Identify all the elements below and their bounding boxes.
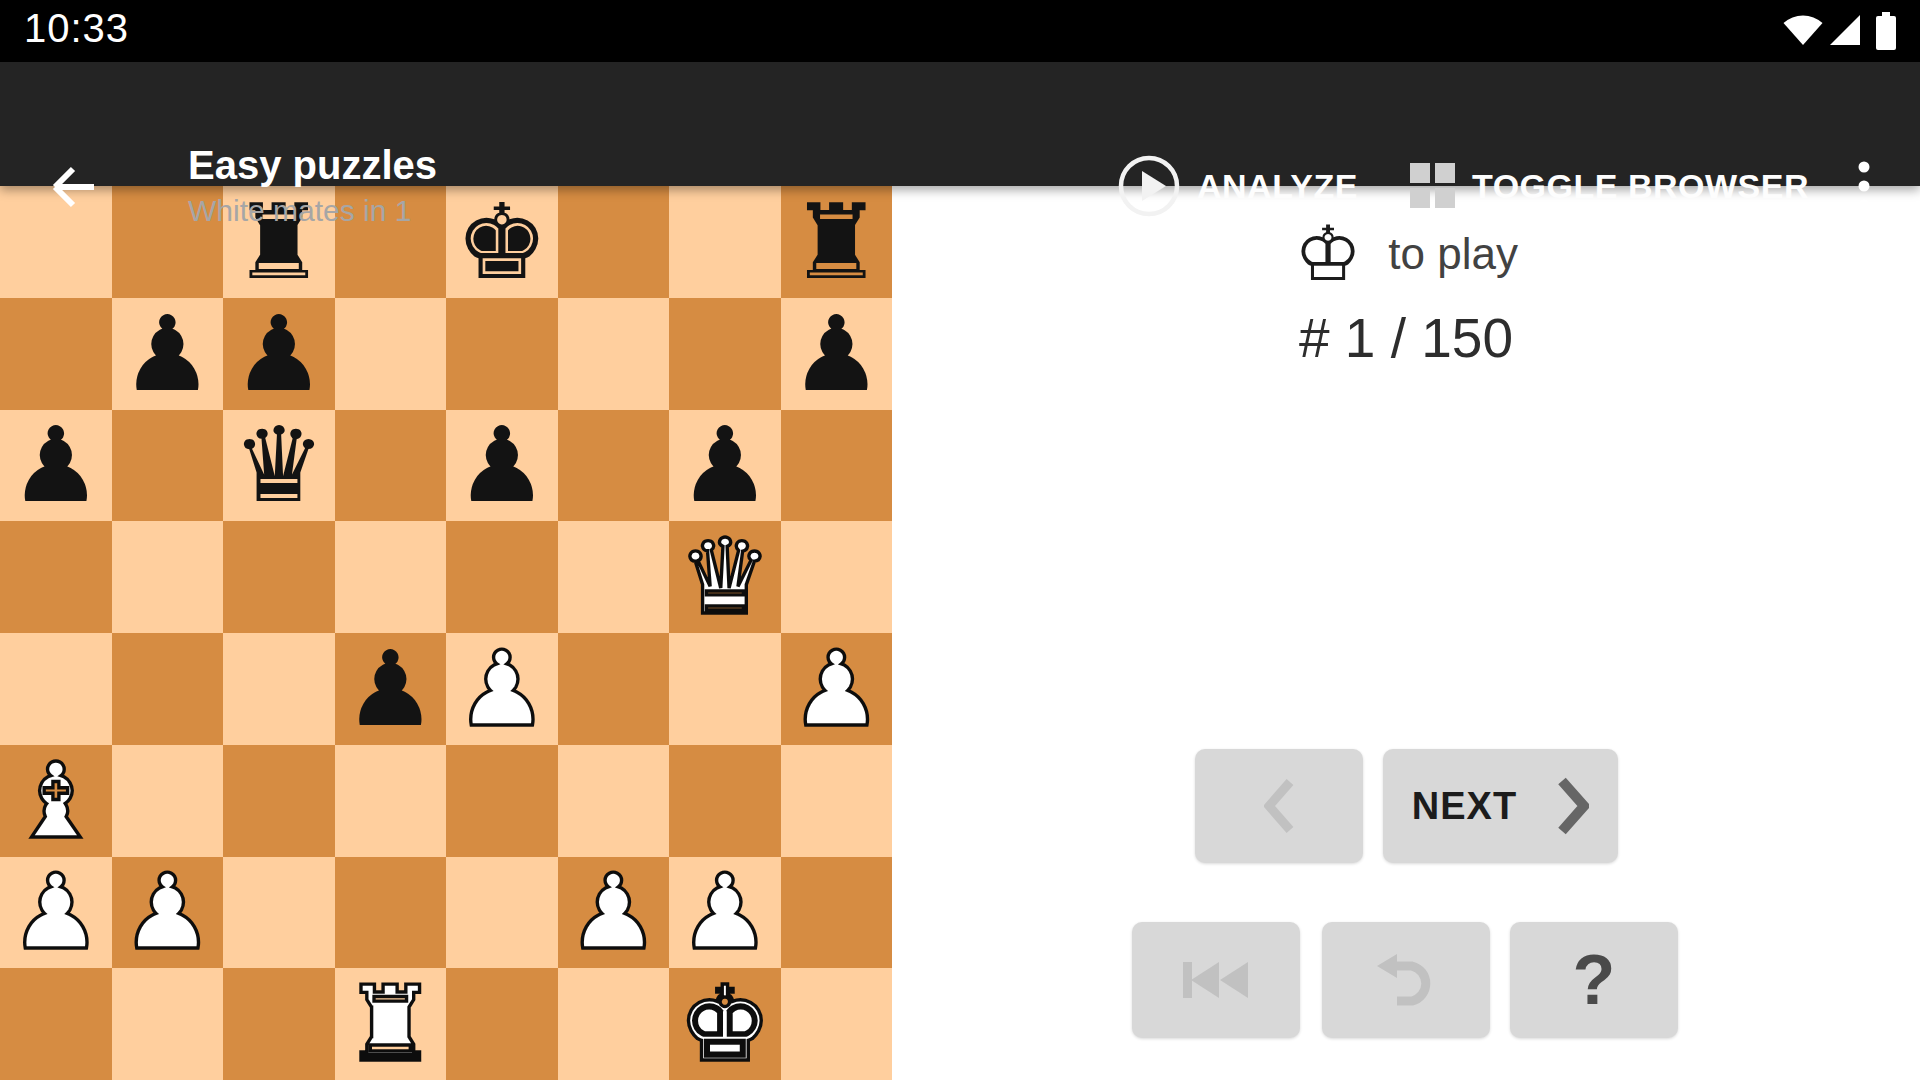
square-f8[interactable] — [558, 186, 670, 298]
arrow-left-icon — [50, 165, 96, 209]
square-d1[interactable]: ♜ — [335, 968, 447, 1080]
piece-black-pawn: ♟ — [344, 637, 437, 741]
square-e8[interactable]: ♚ — [446, 186, 558, 298]
square-e7[interactable] — [446, 298, 558, 410]
square-f7[interactable] — [558, 298, 670, 410]
piece-black-queen: ♛ — [232, 413, 325, 517]
wifi-icon — [1783, 15, 1823, 45]
square-h1[interactable] — [781, 968, 893, 1080]
square-c6[interactable]: ♛ — [223, 410, 335, 522]
piece-white-pawn: ♟ — [567, 860, 660, 964]
rewind-button[interactable] — [1132, 922, 1300, 1038]
skip-to-start-icon — [1183, 962, 1249, 998]
piece-black-king: ♚ — [455, 190, 548, 294]
square-a6[interactable]: ♟ — [0, 410, 112, 522]
toggle-browser-button[interactable]: TOGGLE BROWSER — [1410, 124, 1809, 248]
piece-white-rook: ♜ — [344, 972, 437, 1076]
help-button[interactable]: ? — [1510, 922, 1678, 1038]
square-g5[interactable]: ♛ — [669, 521, 781, 633]
square-a3[interactable]: ♝ — [0, 745, 112, 857]
square-b5[interactable] — [112, 521, 224, 633]
overflow-menu-button[interactable] — [1840, 144, 1888, 228]
battery-icon — [1876, 12, 1896, 50]
puzzle-counter: # 1 / 150 — [892, 306, 1920, 370]
square-d5[interactable] — [335, 521, 447, 633]
square-d6[interactable] — [335, 410, 447, 522]
square-c7[interactable]: ♟ — [223, 298, 335, 410]
square-b2[interactable]: ♟ — [112, 857, 224, 969]
square-e4[interactable]: ♟ — [446, 633, 558, 745]
square-e1[interactable] — [446, 968, 558, 1080]
square-g8[interactable] — [669, 186, 781, 298]
analyze-button[interactable]: ANALYZE — [1117, 124, 1358, 248]
status-bar: 10:33 — [0, 0, 1920, 62]
square-h4[interactable]: ♟ — [781, 633, 893, 745]
square-h6[interactable] — [781, 410, 893, 522]
square-b3[interactable] — [112, 745, 224, 857]
square-f2[interactable]: ♟ — [558, 857, 670, 969]
previous-puzzle-button[interactable] — [1195, 749, 1363, 863]
square-f1[interactable] — [558, 968, 670, 1080]
square-h2[interactable] — [781, 857, 893, 969]
square-h5[interactable] — [781, 521, 893, 633]
piece-black-rook: ♜ — [790, 190, 883, 294]
square-a7[interactable] — [0, 298, 112, 410]
square-a5[interactable] — [0, 521, 112, 633]
square-c5[interactable] — [223, 521, 335, 633]
square-g4[interactable] — [669, 633, 781, 745]
analyze-label: ANALYZE — [1197, 167, 1358, 206]
square-c1[interactable] — [223, 968, 335, 1080]
square-f5[interactable] — [558, 521, 670, 633]
piece-white-pawn: ♟ — [121, 860, 214, 964]
help-label: ? — [1573, 940, 1616, 1020]
undo-arrow-icon — [1377, 954, 1435, 1006]
square-d7[interactable] — [335, 298, 447, 410]
back-button[interactable] — [40, 154, 106, 220]
piece-white-bishop: ♝ — [9, 749, 102, 853]
square-c2[interactable] — [223, 857, 335, 969]
square-g7[interactable] — [669, 298, 781, 410]
square-a4[interactable] — [0, 633, 112, 745]
toggle-browser-label: TOGGLE BROWSER — [1472, 167, 1809, 206]
square-a2[interactable]: ♟ — [0, 857, 112, 969]
piece-black-pawn: ♟ — [455, 413, 548, 517]
square-a1[interactable] — [0, 968, 112, 1080]
board: ♜♚♜♟♟♟♟♛♟♟♛♟♟♟♝♟♟♟♟♜♚ — [0, 186, 892, 1080]
square-b6[interactable] — [112, 410, 224, 522]
page-title: Easy puzzles — [188, 142, 437, 188]
square-f6[interactable] — [558, 410, 670, 522]
square-e3[interactable] — [446, 745, 558, 857]
app-bar: Easy puzzles White mates in 1 ANALYZE TO… — [0, 62, 1920, 186]
square-f3[interactable] — [558, 745, 670, 857]
cellular-signal-icon — [1830, 15, 1860, 45]
square-e6[interactable]: ♟ — [446, 410, 558, 522]
piece-black-pawn: ♟ — [678, 413, 771, 517]
next-label: NEXT — [1412, 785, 1517, 828]
piece-white-pawn: ♟ — [455, 637, 548, 741]
square-d2[interactable] — [335, 857, 447, 969]
piece-black-pawn: ♟ — [232, 302, 325, 406]
square-b1[interactable] — [112, 968, 224, 1080]
square-e2[interactable] — [446, 857, 558, 969]
square-h8[interactable]: ♜ — [781, 186, 893, 298]
chevron-left-icon — [1264, 778, 1294, 834]
square-g6[interactable]: ♟ — [669, 410, 781, 522]
piece-white-pawn: ♟ — [790, 637, 883, 741]
piece-white-pawn: ♟ — [9, 860, 102, 964]
piece-white-king: ♚ — [678, 972, 771, 1076]
square-b7[interactable]: ♟ — [112, 298, 224, 410]
piece-white-queen: ♛ — [678, 525, 771, 629]
square-h7[interactable]: ♟ — [781, 298, 893, 410]
square-f4[interactable] — [558, 633, 670, 745]
piece-black-pawn: ♟ — [9, 413, 102, 517]
square-g3[interactable] — [669, 745, 781, 857]
square-d4[interactable]: ♟ — [335, 633, 447, 745]
square-g2[interactable]: ♟ — [669, 857, 781, 969]
square-b4[interactable] — [112, 633, 224, 745]
status-clock: 10:33 — [24, 6, 129, 51]
kebab-menu-icon — [1858, 161, 1870, 211]
square-d3[interactable] — [335, 745, 447, 857]
title-block: Easy puzzles White mates in 1 — [188, 142, 437, 230]
square-g1[interactable]: ♚ — [669, 968, 781, 1080]
square-c3[interactable] — [223, 745, 335, 857]
square-c4[interactable] — [223, 633, 335, 745]
grid-icon — [1410, 163, 1456, 209]
chevron-right-icon — [1557, 777, 1589, 835]
undo-button[interactable] — [1322, 922, 1490, 1038]
piece-black-pawn: ♟ — [790, 302, 883, 406]
piece-white-pawn: ♟ — [678, 860, 771, 964]
page-subtitle: White mates in 1 — [188, 192, 437, 230]
piece-black-pawn: ♟ — [121, 302, 214, 406]
square-h3[interactable] — [781, 745, 893, 857]
square-e5[interactable] — [446, 521, 558, 633]
play-circle-icon — [1117, 154, 1181, 218]
next-puzzle-button[interactable]: NEXT — [1383, 749, 1618, 863]
